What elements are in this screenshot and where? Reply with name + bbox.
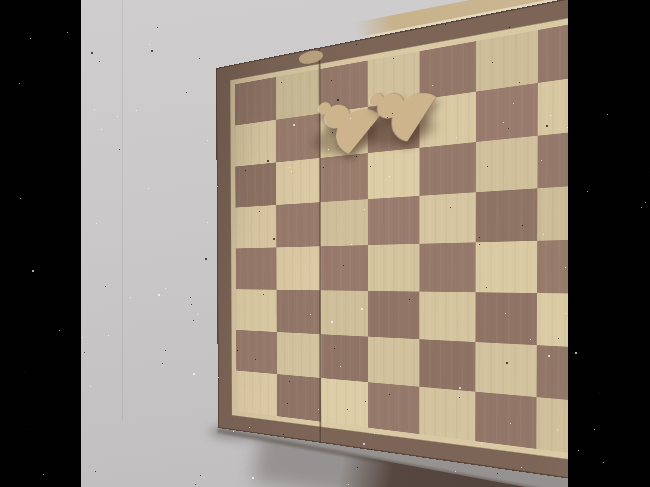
board-square [277, 290, 321, 334]
board-square [368, 196, 420, 245]
board-square [368, 291, 420, 339]
board-square [236, 289, 277, 332]
board-square [320, 245, 368, 291]
board-square [236, 370, 277, 416]
board-square [320, 199, 368, 246]
board-square [476, 188, 538, 242]
board-square [475, 292, 537, 345]
board-square [236, 205, 277, 248]
board-square [536, 397, 568, 457]
board-square [368, 244, 420, 292]
screenshot-root: ♟ ♟ [0, 0, 650, 487]
board-square [321, 334, 368, 382]
board-square [537, 184, 568, 241]
board-square [419, 292, 475, 342]
board-square [419, 242, 475, 292]
board-square [537, 293, 568, 349]
board-square [236, 247, 277, 289]
board-square [476, 241, 538, 293]
board-square [537, 345, 568, 403]
letterbox-bar-left [0, 0, 81, 487]
board-square [277, 332, 321, 378]
board-square [277, 374, 321, 422]
board-square [419, 142, 475, 196]
board-square [368, 337, 419, 387]
board-square [476, 30, 538, 92]
board-square [321, 378, 368, 428]
board-square [368, 382, 419, 434]
board-square [235, 120, 276, 167]
board-square [475, 342, 536, 397]
board-square [419, 387, 475, 441]
board-square [276, 158, 320, 205]
board-square [235, 162, 276, 207]
chess-board: ♟ ♟ [216, 0, 568, 487]
board-square [419, 192, 475, 244]
board-square [276, 246, 320, 290]
board-square [476, 136, 538, 193]
board-square [419, 339, 475, 391]
board-square [476, 83, 538, 142]
wall-seam-line [122, 0, 123, 420]
board-square [537, 129, 568, 189]
board-square [276, 202, 320, 247]
board-square [475, 392, 536, 449]
letterbox-bar-right [568, 0, 650, 487]
board-square [320, 290, 368, 336]
board-square [538, 73, 568, 135]
photo-area: ♟ ♟ [81, 0, 568, 487]
board-square [537, 239, 568, 294]
board-square [235, 77, 276, 126]
board-square [236, 330, 277, 374]
